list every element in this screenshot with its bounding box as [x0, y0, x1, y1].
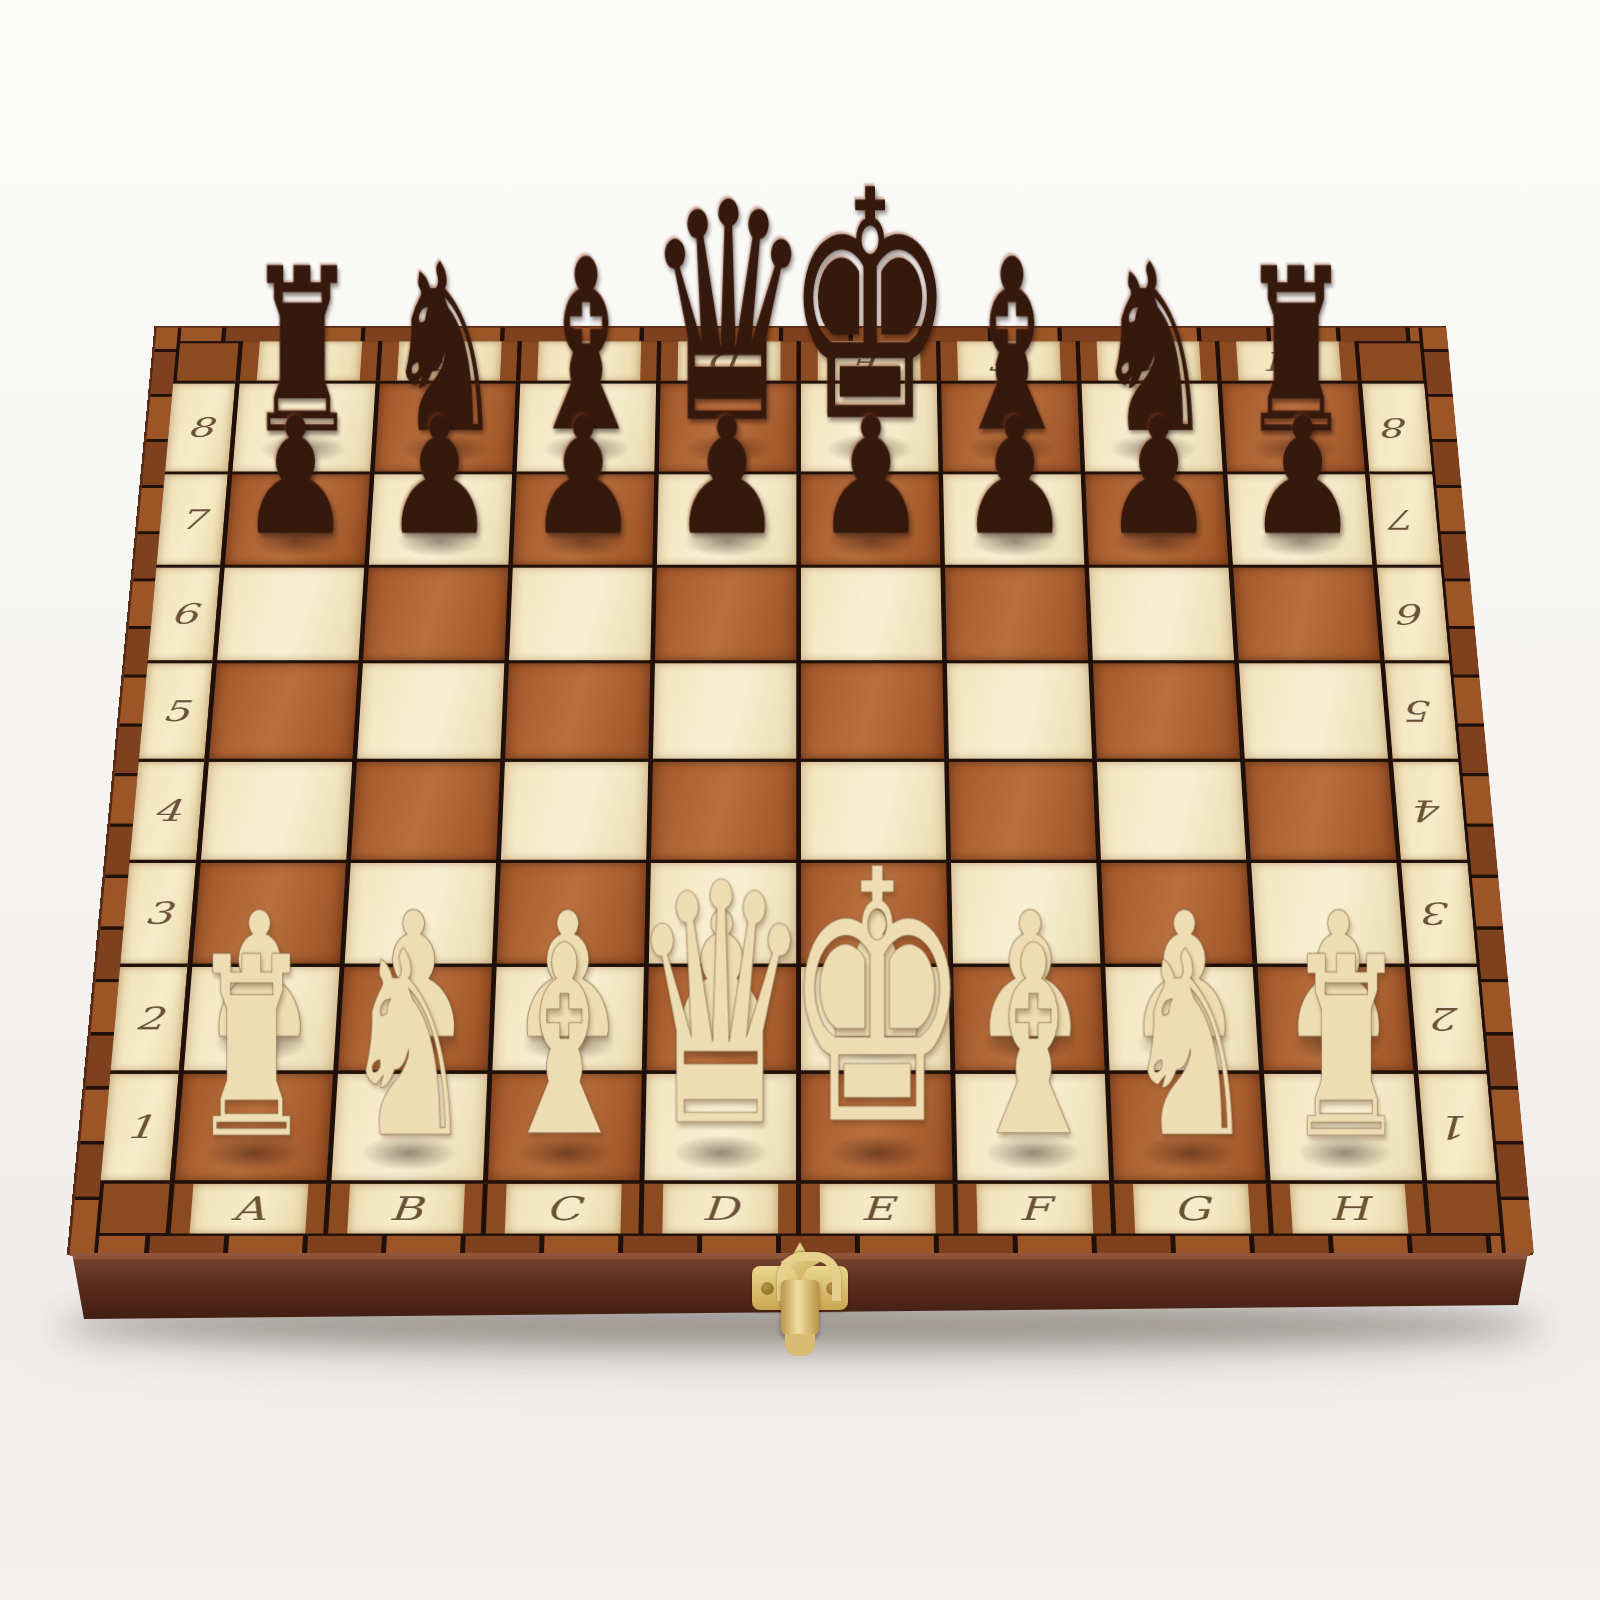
rank-label-text: 6	[169, 597, 199, 630]
rank-label-cell-7: 7	[1370, 474, 1441, 564]
file-label-text: F	[994, 346, 1023, 376]
square-d6[interactable]	[655, 568, 796, 661]
square-d3[interactable]	[649, 863, 796, 964]
square-a5[interactable]	[209, 663, 358, 758]
rank-label-text: 3	[143, 895, 174, 931]
rank-label-text: 3	[1423, 895, 1454, 931]
file-label-text: A	[231, 1190, 267, 1228]
square-f4[interactable]	[949, 762, 1096, 860]
file-label-text: D	[712, 346, 745, 376]
rank-label-cell-6: 6	[148, 568, 220, 661]
file-label-text: B	[433, 346, 464, 376]
file-label-plate: C	[537, 341, 641, 380]
file-label-cell-b: B	[380, 341, 517, 380]
file-labels-bottom: ABCDEFGH	[166, 1184, 1432, 1234]
file-label-cell-h: H	[1271, 1184, 1427, 1234]
square-c8[interactable]	[517, 384, 656, 472]
file-label-plate: F	[976, 1184, 1093, 1234]
square-a1[interactable]	[175, 1074, 333, 1181]
file-label-text: F	[1018, 1190, 1051, 1228]
latch-hasp	[781, 1280, 819, 1336]
file-label-text: G	[1131, 346, 1165, 376]
file-label-text: A	[293, 346, 325, 376]
rank-label-text: 1	[1441, 1108, 1473, 1146]
square-f1[interactable]	[955, 1074, 1109, 1181]
file-label-text: H	[1269, 346, 1307, 376]
file-label-text: E	[860, 1190, 894, 1228]
square-h4[interactable]	[1245, 762, 1396, 860]
square-b3[interactable]	[345, 863, 496, 964]
rank-label-cell-3: 3	[1401, 863, 1477, 964]
file-label-cell-h: H	[1219, 341, 1357, 380]
file-label-cell-c: C	[486, 1184, 640, 1234]
square-b2[interactable]	[338, 967, 492, 1071]
square-g7[interactable]	[1085, 474, 1228, 564]
square-b5[interactable]	[357, 663, 504, 758]
square-g6[interactable]	[1089, 568, 1234, 661]
square-a3[interactable]	[193, 863, 346, 964]
square-c6[interactable]	[509, 568, 652, 661]
square-c3[interactable]	[497, 863, 646, 964]
square-h6[interactable]	[1233, 568, 1380, 661]
file-label-text: C	[573, 346, 605, 376]
square-h1[interactable]	[1264, 1074, 1422, 1181]
file-label-text: E	[854, 346, 884, 376]
rank-label-cell-2: 2	[111, 967, 188, 1071]
file-label-plate: B	[347, 1184, 465, 1234]
square-b1[interactable]	[331, 1074, 487, 1181]
rank-label-text: 2	[133, 1000, 165, 1037]
rank-label-text: 8	[186, 412, 215, 443]
square-b4[interactable]	[351, 762, 500, 860]
rank-label-cell-5: 5	[1385, 663, 1458, 758]
square-h7[interactable]	[1227, 474, 1372, 564]
square-f3[interactable]	[951, 863, 1100, 964]
square-e4[interactable]	[801, 762, 946, 860]
square-a7[interactable]	[225, 474, 370, 564]
square-h5[interactable]	[1239, 663, 1388, 758]
latch-hook	[785, 1334, 815, 1356]
file-label-plate: C	[504, 1184, 621, 1234]
file-label-plate: D	[662, 1184, 778, 1234]
square-f5[interactable]	[947, 663, 1092, 758]
square-g8[interactable]	[1082, 384, 1223, 472]
file-label-cell-a: A	[171, 1184, 327, 1234]
rank-label-text: 8	[1383, 412, 1412, 443]
file-label-cell-e: E	[801, 341, 937, 380]
square-h8[interactable]	[1222, 384, 1365, 472]
rank-label-cell-5: 5	[139, 663, 212, 758]
square-e1[interactable]	[801, 1074, 953, 1181]
rank-label-text: 6	[1398, 597, 1428, 630]
brass-latch	[744, 1240, 856, 1358]
rank-label-text: 5	[1406, 694, 1436, 728]
square-f8[interactable]	[941, 384, 1080, 472]
square-e5[interactable]	[801, 663, 944, 758]
rank-label-text: 7	[1390, 503, 1419, 535]
square-d8[interactable]	[659, 384, 797, 472]
rank-label-text: 7	[178, 503, 207, 535]
square-f2[interactable]	[953, 967, 1105, 1071]
square-c5[interactable]	[505, 663, 650, 758]
square-e2[interactable]	[801, 967, 950, 1071]
file-label-plate: E	[817, 341, 920, 380]
square-d1[interactable]	[644, 1074, 796, 1181]
rank-label-cell-1: 1	[101, 1074, 179, 1181]
square-d7[interactable]	[657, 474, 796, 564]
square-f7[interactable]	[943, 474, 1084, 564]
rank-label-text: 2	[1432, 1000, 1464, 1037]
file-label-plate: A	[189, 1184, 308, 1234]
square-c2[interactable]	[492, 967, 644, 1071]
file-label-plate: A	[256, 341, 361, 380]
file-label-plate: G	[1133, 1184, 1251, 1234]
file-label-cell-d: D	[661, 341, 797, 380]
rank-label-text: 1	[124, 1108, 156, 1146]
square-b6[interactable]	[363, 568, 508, 661]
square-f6[interactable]	[945, 568, 1088, 661]
file-label-cell-b: B	[328, 1184, 483, 1234]
file-label-cell-e: E	[801, 1184, 954, 1234]
rank-label-cell-8: 8	[1362, 384, 1432, 472]
square-d5[interactable]	[653, 663, 796, 758]
rank-label-cell-2: 2	[1410, 967, 1487, 1071]
square-a6[interactable]	[217, 568, 364, 661]
file-label-cell-g: G	[1114, 1184, 1269, 1234]
rank-label-cell-4: 4	[130, 762, 204, 860]
square-g2[interactable]	[1105, 967, 1259, 1071]
file-label-cell-d: D	[643, 1184, 796, 1234]
file-label-text: G	[1172, 1190, 1210, 1228]
file-label-cell-c: C	[520, 341, 657, 380]
square-c1[interactable]	[488, 1074, 642, 1181]
square-e8[interactable]	[801, 384, 939, 472]
file-label-plate: D	[677, 341, 780, 380]
file-label-cell-a: A	[240, 341, 378, 380]
square-g3[interactable]	[1101, 863, 1252, 964]
square-d4[interactable]	[651, 762, 796, 860]
rank-label-cell-6: 6	[1377, 568, 1449, 661]
file-label-plate: G	[1096, 341, 1201, 380]
rank-label-cell-8: 8	[165, 384, 235, 472]
file-label-text: C	[545, 1190, 581, 1228]
latch-screw-left	[761, 1282, 774, 1295]
rank-label-text: 4	[1415, 793, 1446, 828]
square-a8[interactable]	[232, 384, 375, 472]
square-g4[interactable]	[1097, 762, 1246, 860]
file-label-plate: F	[957, 341, 1061, 380]
chess-board: ABCDEFGH ABCDEFGH 87654321 87654321 ♜♞♝♛…	[70, 328, 1530, 1253]
square-e7[interactable]	[801, 474, 940, 564]
file-label-plate: H	[1289, 1184, 1408, 1234]
file-label-text: H	[1327, 1190, 1370, 1228]
rank-label-text: 5	[161, 694, 191, 728]
square-a4[interactable]	[201, 762, 352, 860]
square-d2[interactable]	[647, 967, 796, 1071]
rank-label-cell-3: 3	[120, 863, 196, 964]
rank-label-text: 4	[152, 793, 183, 828]
square-c7[interactable]	[513, 474, 654, 564]
photo-background: ABCDEFGH ABCDEFGH 87654321 87654321 ♜♞♝♛…	[0, 0, 1600, 1600]
square-h2[interactable]	[1257, 967, 1413, 1071]
rank-label-cell-7: 7	[157, 474, 228, 564]
square-g5[interactable]	[1093, 663, 1240, 758]
square-e6[interactable]	[801, 568, 942, 661]
square-e3[interactable]	[801, 863, 948, 964]
file-label-text: D	[701, 1190, 738, 1228]
rank-label-cell-4: 4	[1393, 762, 1467, 860]
file-label-plate: H	[1236, 341, 1341, 380]
file-label-plate: B	[397, 341, 502, 380]
file-label-plate: E	[819, 1184, 935, 1234]
file-label-cell-f: F	[940, 341, 1077, 380]
square-a2[interactable]	[184, 967, 340, 1071]
file-label-text: B	[388, 1190, 424, 1228]
square-b8[interactable]	[375, 384, 516, 472]
file-label-cell-f: F	[958, 1184, 1112, 1234]
rank-label-cell-1: 1	[1418, 1074, 1496, 1181]
square-c4[interactable]	[501, 762, 648, 860]
square-b7[interactable]	[369, 474, 512, 564]
square-h3[interactable]	[1251, 863, 1404, 964]
square-g1[interactable]	[1110, 1074, 1266, 1181]
file-label-cell-g: G	[1080, 341, 1217, 380]
